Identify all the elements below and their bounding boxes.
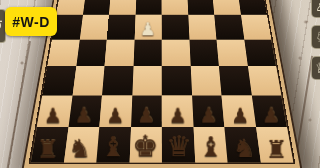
- square-e6[interactable]: [132, 66, 162, 95]
- square-b3[interactable]: [212, 0, 240, 15]
- black-rook[interactable]: ♜: [36, 137, 58, 161]
- knight-icon-button[interactable]: ♘: [311, 25, 320, 49]
- black-pawn[interactable]: ♟: [137, 106, 155, 127]
- square-d5[interactable]: [162, 39, 191, 66]
- square-b8[interactable]: ♞: [224, 127, 260, 162]
- black-rook[interactable]: ♜: [266, 137, 288, 161]
- square-a8[interactable]: ♜: [256, 127, 294, 162]
- black-pawn[interactable]: ♟: [75, 106, 93, 127]
- square-e7[interactable]: ♟: [131, 95, 162, 127]
- square-d7[interactable]: ♟: [162, 95, 193, 127]
- chess-board[interactable]: ♜♞♝♚♛♝♞♜♟♟♟♟♟♟♟♟♟♟♟♟♟♟♟♟♜♞♝♚♛♝♞♜: [20, 0, 304, 168]
- pawn-icon: ♙: [315, 0, 320, 15]
- black-pawn[interactable]: ♟: [200, 106, 218, 127]
- side-button-column: ♙ ♘ ♕: [311, 0, 320, 80]
- black-king[interactable]: ♚: [132, 132, 158, 161]
- square-f5[interactable]: [105, 39, 135, 66]
- square-e5[interactable]: [133, 39, 162, 66]
- square-g4[interactable]: [79, 15, 109, 40]
- square-f3[interactable]: [109, 0, 136, 15]
- square-g8[interactable]: ♞: [64, 127, 100, 162]
- square-g5[interactable]: [76, 39, 107, 66]
- black-bishop[interactable]: ♝: [101, 134, 126, 161]
- square-b6[interactable]: [219, 66, 252, 95]
- black-pawn[interactable]: ♟: [168, 106, 186, 127]
- square-d8[interactable]: ♛: [162, 127, 195, 162]
- pawn-icon-button[interactable]: ♙: [311, 0, 320, 18]
- square-e3[interactable]: [135, 0, 161, 15]
- square-d6[interactable]: [162, 66, 192, 95]
- square-c4[interactable]: [188, 15, 217, 40]
- square-h3[interactable]: [56, 0, 85, 15]
- square-c3[interactable]: [187, 0, 214, 15]
- square-e4[interactable]: ♟: [134, 15, 161, 40]
- square-g3[interactable]: [83, 0, 111, 15]
- square-b4[interactable]: [214, 15, 244, 40]
- black-knight[interactable]: ♞: [69, 136, 92, 161]
- square-a7[interactable]: ♟: [251, 95, 287, 127]
- black-pawn[interactable]: ♟: [262, 106, 280, 127]
- square-h7[interactable]: ♟: [37, 95, 72, 127]
- square-e8[interactable]: ♚: [129, 127, 162, 162]
- chess-app-screen: ♜♞♝♚♛♝♞♜♟♟♟♟♟♟♟♟♟♟♟♟♟♟♟♟♜♞♝♚♛♝♞♜ ↺ ♙ ♘ ♕…: [0, 0, 320, 168]
- square-a3[interactable]: [237, 0, 266, 15]
- square-f8[interactable]: ♝: [96, 127, 130, 162]
- square-a4[interactable]: [241, 15, 272, 40]
- status-tag: #W-D: [5, 7, 57, 36]
- queen-icon-button[interactable]: ♕: [311, 56, 320, 80]
- black-pawn[interactable]: ♟: [43, 106, 61, 127]
- knight-icon: ♘: [315, 28, 320, 46]
- square-a5[interactable]: [244, 39, 276, 66]
- square-c5[interactable]: [189, 39, 219, 66]
- black-queen[interactable]: ♛: [166, 133, 191, 161]
- black-knight[interactable]: ♞: [232, 136, 255, 161]
- black-bishop[interactable]: ♝: [199, 134, 224, 161]
- square-f4[interactable]: [107, 15, 135, 40]
- board-grid: ♜♞♝♚♛♝♞♜♟♟♟♟♟♟♟♟♟♟♟♟♟♟♟♟♜♞♝♚♛♝♞♜: [31, 0, 294, 162]
- square-d4[interactable]: [162, 15, 189, 40]
- circular-arrow-icon: ↺: [0, 17, 3, 35]
- queen-icon: ♕: [315, 59, 320, 77]
- square-f7[interactable]: ♟: [99, 95, 132, 127]
- square-c6[interactable]: [190, 66, 221, 95]
- square-b5[interactable]: [216, 39, 247, 66]
- square-b7[interactable]: ♟: [222, 95, 256, 127]
- square-d3[interactable]: [162, 0, 188, 15]
- square-c7[interactable]: ♟: [192, 95, 225, 127]
- square-c8[interactable]: ♝: [193, 127, 227, 162]
- square-a6[interactable]: [247, 66, 281, 95]
- white-pawn[interactable]: ♟: [140, 21, 156, 39]
- square-g7[interactable]: ♟: [68, 95, 102, 127]
- black-pawn[interactable]: ♟: [231, 106, 249, 127]
- square-h8[interactable]: ♜: [31, 127, 68, 162]
- square-g6[interactable]: [72, 66, 104, 95]
- square-h6[interactable]: [42, 66, 76, 95]
- square-f6[interactable]: [102, 66, 133, 95]
- black-pawn[interactable]: ♟: [106, 106, 124, 127]
- square-h5[interactable]: [47, 39, 79, 66]
